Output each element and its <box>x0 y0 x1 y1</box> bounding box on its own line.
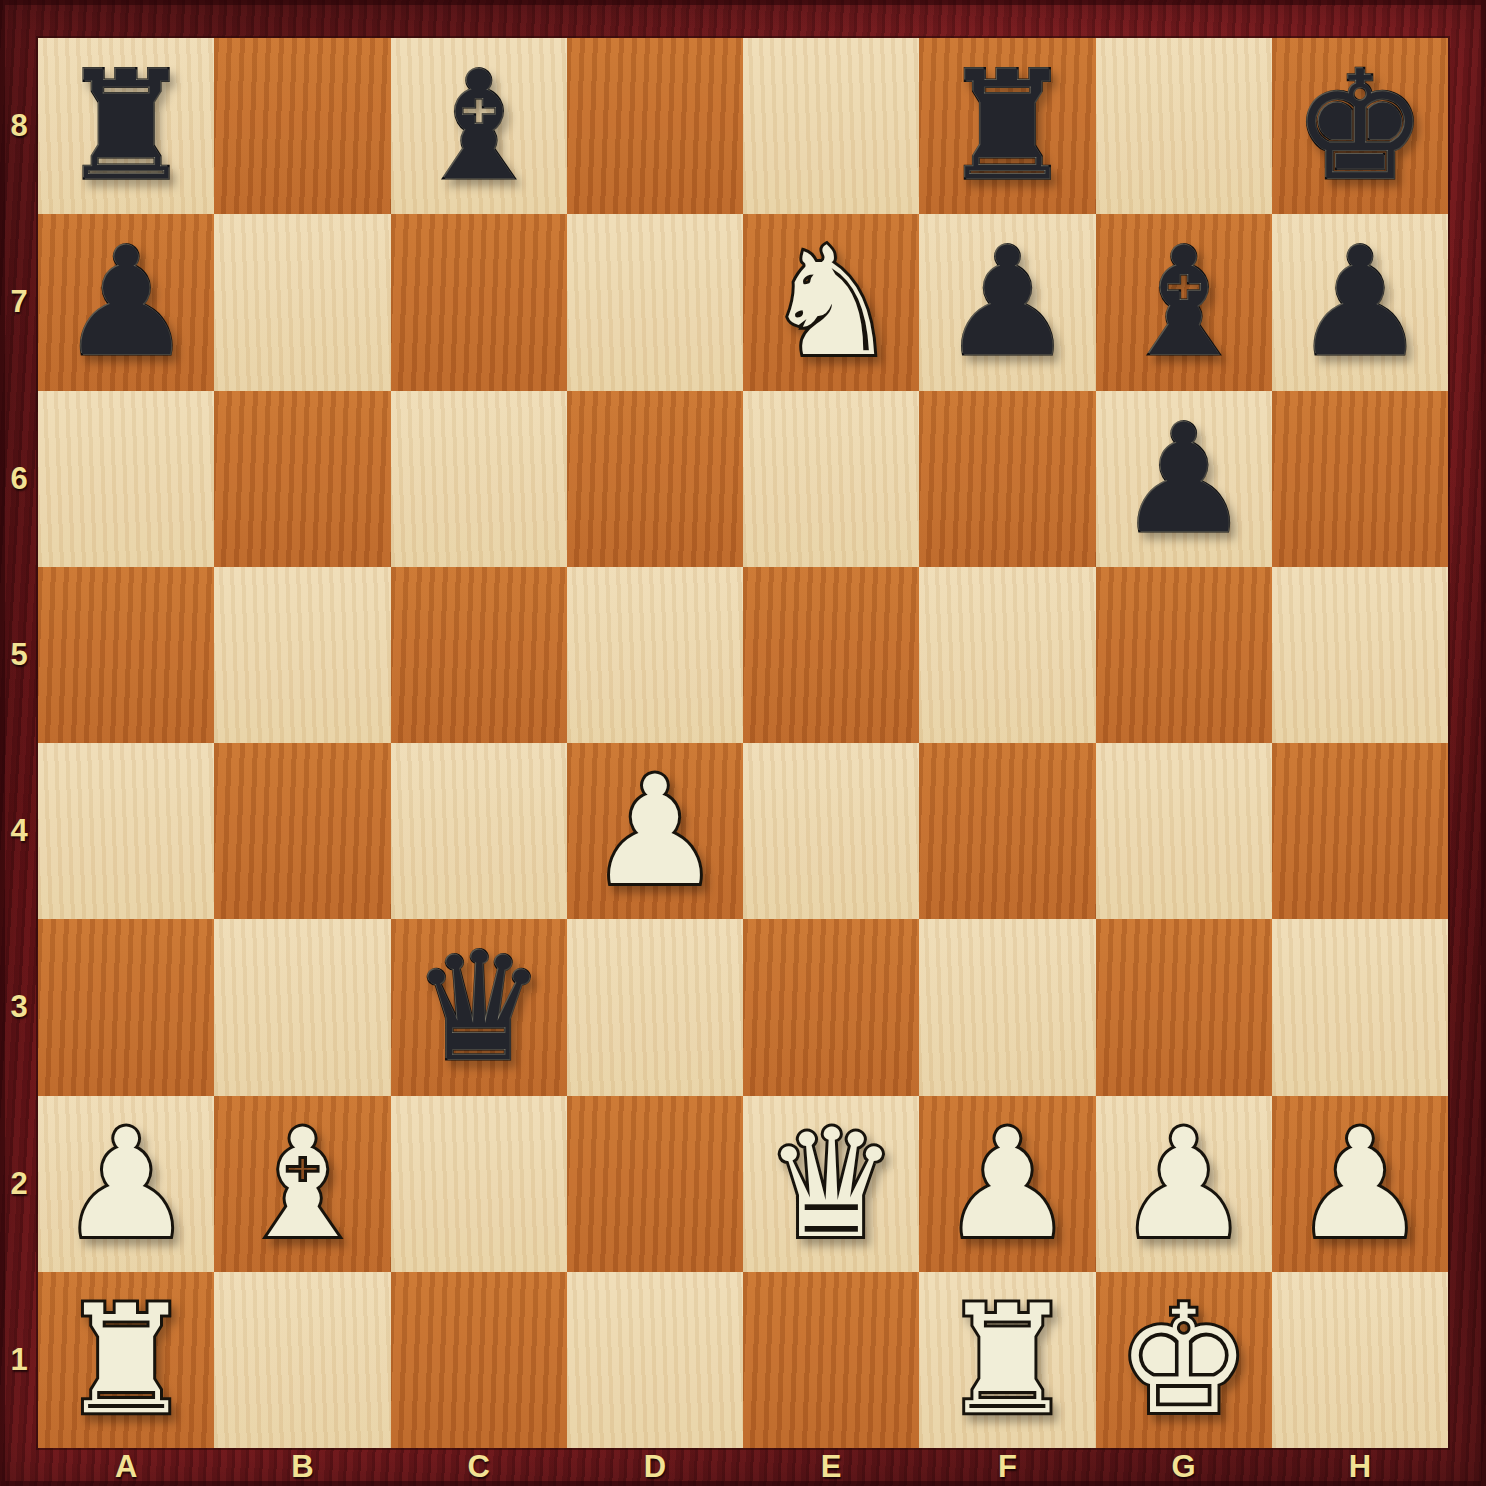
rank-label-1: 1 <box>0 1272 38 1448</box>
square-e8[interactable] <box>743 38 919 214</box>
rank-label-4: 4 <box>0 743 38 919</box>
white-rook[interactable]: ♜ <box>940 1285 1074 1435</box>
file-label-d: D <box>567 1448 743 1486</box>
square-e6[interactable] <box>743 391 919 567</box>
square-a8[interactable]: ♜ <box>38 38 214 214</box>
square-g8[interactable] <box>1096 38 1272 214</box>
file-label-f: F <box>919 1448 1095 1486</box>
square-e5[interactable] <box>743 567 919 743</box>
square-c5[interactable] <box>391 567 567 743</box>
square-b4[interactable] <box>214 743 390 919</box>
square-a4[interactable] <box>38 743 214 919</box>
square-a2[interactable]: ♟ <box>38 1096 214 1272</box>
square-d5[interactable] <box>567 567 743 743</box>
square-g7[interactable]: ♝ <box>1096 214 1272 390</box>
rank-label-7: 7 <box>0 214 38 390</box>
square-f8[interactable]: ♜ <box>919 38 1095 214</box>
white-queen[interactable]: ♛ <box>764 1109 898 1259</box>
black-pawn[interactable]: ♟ <box>59 227 193 377</box>
square-f3[interactable] <box>919 919 1095 1095</box>
white-pawn[interactable]: ♟ <box>59 1109 193 1259</box>
square-h4[interactable] <box>1272 743 1448 919</box>
square-d6[interactable] <box>567 391 743 567</box>
black-bishop[interactable]: ♝ <box>411 51 545 201</box>
rank-label-2: 2 <box>0 1096 38 1272</box>
black-king[interactable]: ♚ <box>1293 51 1427 201</box>
file-label-b: B <box>214 1448 390 1486</box>
square-b7[interactable] <box>214 214 390 390</box>
square-a1[interactable]: ♜ <box>38 1272 214 1448</box>
square-f7[interactable]: ♟ <box>919 214 1095 390</box>
black-pawn[interactable]: ♟ <box>940 227 1074 377</box>
square-a7[interactable]: ♟ <box>38 214 214 390</box>
square-g6[interactable]: ♟ <box>1096 391 1272 567</box>
square-d7[interactable] <box>567 214 743 390</box>
square-h2[interactable]: ♟ <box>1272 1096 1448 1272</box>
square-c6[interactable] <box>391 391 567 567</box>
square-h6[interactable] <box>1272 391 1448 567</box>
white-pawn[interactable]: ♟ <box>940 1109 1074 1259</box>
square-g1[interactable]: ♚ <box>1096 1272 1272 1448</box>
square-e3[interactable] <box>743 919 919 1095</box>
white-rook[interactable]: ♜ <box>59 1285 193 1435</box>
square-f4[interactable] <box>919 743 1095 919</box>
square-e2[interactable]: ♛ <box>743 1096 919 1272</box>
square-a6[interactable] <box>38 391 214 567</box>
square-d4[interactable]: ♟ <box>567 743 743 919</box>
square-b6[interactable] <box>214 391 390 567</box>
square-c4[interactable] <box>391 743 567 919</box>
black-bishop[interactable]: ♝ <box>1116 227 1250 377</box>
black-queen[interactable]: ♛ <box>411 932 545 1082</box>
square-c2[interactable] <box>391 1096 567 1272</box>
rank-label-8: 8 <box>0 38 38 214</box>
square-b8[interactable] <box>214 38 390 214</box>
square-d2[interactable] <box>567 1096 743 1272</box>
square-h8[interactable]: ♚ <box>1272 38 1448 214</box>
square-b2[interactable]: ♝ <box>214 1096 390 1272</box>
rank-label-6: 6 <box>0 391 38 567</box>
white-king[interactable]: ♚ <box>1116 1285 1250 1435</box>
file-label-c: C <box>391 1448 567 1486</box>
square-h5[interactable] <box>1272 567 1448 743</box>
black-rook[interactable]: ♜ <box>940 51 1074 201</box>
square-d8[interactable] <box>567 38 743 214</box>
white-pawn[interactable]: ♟ <box>588 756 722 906</box>
square-c8[interactable]: ♝ <box>391 38 567 214</box>
square-c7[interactable] <box>391 214 567 390</box>
square-e4[interactable] <box>743 743 919 919</box>
square-b5[interactable] <box>214 567 390 743</box>
square-d1[interactable] <box>567 1272 743 1448</box>
chess-position-screenshot: ♜♝♜♚♟♞♟♝♟♟♟♛♟♝♛♟♟♟♜♜♚ 87654321 ABCDEFGH <box>0 0 1486 1486</box>
white-pawn[interactable]: ♟ <box>1116 1109 1250 1259</box>
rank-coordinates: 87654321 <box>0 38 38 1448</box>
file-label-g: G <box>1096 1448 1272 1486</box>
square-h7[interactable]: ♟ <box>1272 214 1448 390</box>
rank-label-3: 3 <box>0 919 38 1095</box>
square-f1[interactable]: ♜ <box>919 1272 1095 1448</box>
square-a3[interactable] <box>38 919 214 1095</box>
square-c1[interactable] <box>391 1272 567 1448</box>
white-knight[interactable]: ♞ <box>764 227 898 377</box>
black-pawn[interactable]: ♟ <box>1116 404 1250 554</box>
chess-board: ♜♝♜♚♟♞♟♝♟♟♟♛♟♝♛♟♟♟♜♜♚ <box>38 38 1448 1448</box>
square-g4[interactable] <box>1096 743 1272 919</box>
square-f6[interactable] <box>919 391 1095 567</box>
black-pawn[interactable]: ♟ <box>1293 227 1427 377</box>
square-f5[interactable] <box>919 567 1095 743</box>
square-e7[interactable]: ♞ <box>743 214 919 390</box>
square-b3[interactable] <box>214 919 390 1095</box>
file-label-a: A <box>38 1448 214 1486</box>
black-rook[interactable]: ♜ <box>59 51 193 201</box>
square-c3[interactable]: ♛ <box>391 919 567 1095</box>
square-g3[interactable] <box>1096 919 1272 1095</box>
square-e1[interactable] <box>743 1272 919 1448</box>
square-h1[interactable] <box>1272 1272 1448 1448</box>
file-label-e: E <box>743 1448 919 1486</box>
square-b1[interactable] <box>214 1272 390 1448</box>
square-h3[interactable] <box>1272 919 1448 1095</box>
square-a5[interactable] <box>38 567 214 743</box>
square-f2[interactable]: ♟ <box>919 1096 1095 1272</box>
white-pawn[interactable]: ♟ <box>1293 1109 1427 1259</box>
rank-label-5: 5 <box>0 567 38 743</box>
white-bishop[interactable]: ♝ <box>235 1109 369 1259</box>
file-label-h: H <box>1272 1448 1448 1486</box>
square-g2[interactable]: ♟ <box>1096 1096 1272 1272</box>
file-coordinates: ABCDEFGH <box>38 1448 1448 1486</box>
square-g5[interactable] <box>1096 567 1272 743</box>
square-d3[interactable] <box>567 919 743 1095</box>
